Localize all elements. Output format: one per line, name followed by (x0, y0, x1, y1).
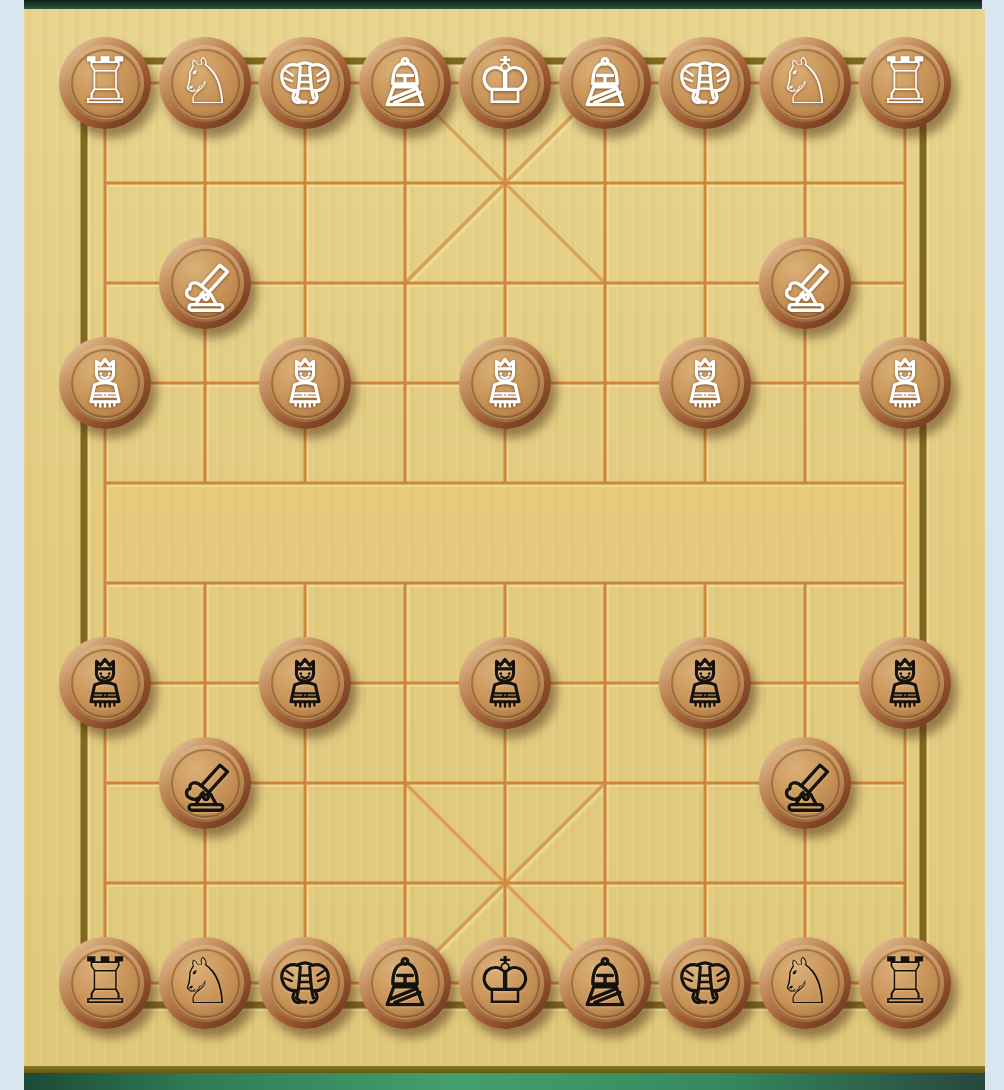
cannon-icon (775, 753, 835, 813)
soldier-icon (875, 353, 935, 413)
soldier-icon (675, 653, 735, 713)
intersection-f7[interactable] (555, 733, 655, 833)
chariot-rook-icon: ♖ (76, 49, 133, 113)
soldier-icon (475, 653, 535, 713)
piece-black-soldier[interactable] (259, 637, 351, 729)
piece-white-soldier[interactable] (459, 337, 551, 429)
xiangqi-game-screen: ♖♘ ♔ ♘♖ (0, 0, 1004, 1090)
intersection-b3[interactable] (155, 333, 255, 433)
intersection-d1[interactable] (355, 133, 455, 233)
intersection-e8[interactable] (455, 833, 555, 933)
intersection-b6[interactable] (155, 633, 255, 733)
piece-white-soldier[interactable] (59, 337, 151, 429)
intersection-f2[interactable] (555, 233, 655, 333)
intersection-f3[interactable] (555, 333, 655, 433)
piece-face (867, 345, 944, 422)
piece-face (167, 745, 244, 822)
piece-face (167, 245, 244, 322)
intersection-f8[interactable] (555, 833, 655, 933)
intersection-i8[interactable] (855, 833, 955, 933)
soldier-icon (875, 653, 935, 713)
intersection-g7[interactable] (655, 733, 755, 833)
intersection-e3[interactable] (455, 333, 555, 433)
piece-white-advisor[interactable] (359, 37, 451, 129)
piece-face: ♖ (867, 45, 944, 122)
chariot-rook-icon: ♖ (76, 949, 133, 1013)
piece-face (367, 945, 444, 1022)
intersection-b8[interactable] (155, 833, 255, 933)
intersection-b1[interactable] (155, 133, 255, 233)
intersection-c3[interactable] (255, 333, 355, 433)
intersection-d7[interactable] (355, 733, 455, 833)
intersection-h7[interactable] (755, 733, 855, 833)
intersection-i6[interactable] (855, 633, 955, 733)
intersection-h6[interactable] (755, 633, 855, 733)
intersection-d9[interactable] (355, 933, 455, 1033)
intersection-e6[interactable] (455, 633, 555, 733)
advisor-icon (375, 953, 435, 1013)
intersection-c2[interactable] (255, 233, 355, 333)
intersection-d6[interactable] (355, 633, 455, 733)
piece-white-cannon[interactable] (159, 237, 251, 329)
piece-black-cannon[interactable] (759, 737, 851, 829)
piece-face (267, 45, 344, 122)
horse-knight-icon: ♘ (776, 949, 833, 1013)
piece-face (667, 645, 744, 722)
piece-black-soldier[interactable] (59, 637, 151, 729)
piece-white-elephant[interactable] (659, 37, 751, 129)
elephant-icon (675, 953, 735, 1013)
piece-white-soldier[interactable] (259, 337, 351, 429)
intersection-h1[interactable] (755, 133, 855, 233)
piece-face: ♘ (167, 45, 244, 122)
piece-white-horse-knight[interactable]: ♘ (159, 37, 251, 129)
piece-face (367, 45, 444, 122)
intersection-b9[interactable]: ♘ (155, 933, 255, 1033)
cannon-icon (175, 753, 235, 813)
soldier-icon (675, 353, 735, 413)
intersection-d8[interactable] (355, 833, 455, 933)
soldier-icon (275, 353, 335, 413)
piece-face: ♘ (767, 945, 844, 1022)
cannon-icon (775, 253, 835, 313)
intersection-e2[interactable] (455, 233, 555, 333)
intersection-d2[interactable] (355, 233, 455, 333)
advisor-icon (575, 53, 635, 113)
intersection-c4[interactable] (255, 433, 355, 533)
piece-black-soldier[interactable] (659, 637, 751, 729)
intersection-i9[interactable]: ♖ (855, 933, 955, 1033)
intersection-d3[interactable] (355, 333, 455, 433)
intersection-b5[interactable] (155, 533, 255, 633)
piece-face (67, 345, 144, 422)
king-general-icon: ♔ (476, 949, 533, 1013)
intersection-g1[interactable] (655, 133, 755, 233)
intersection-c6[interactable] (255, 633, 355, 733)
intersection-h9[interactable]: ♘ (755, 933, 855, 1033)
piece-face (267, 945, 344, 1022)
piece-white-cannon[interactable] (759, 237, 851, 329)
piece-face: ♖ (67, 45, 144, 122)
intersection-h2[interactable] (755, 233, 855, 333)
advisor-icon (575, 953, 635, 1013)
intersection-f0[interactable] (555, 33, 655, 133)
intersection-h4[interactable] (755, 433, 855, 533)
piece-face (767, 745, 844, 822)
piece-face (767, 245, 844, 322)
intersection-a1[interactable] (55, 133, 155, 233)
intersection-i5[interactable] (855, 533, 955, 633)
piece-face: ♖ (867, 945, 944, 1022)
piece-black-cannon[interactable] (159, 737, 251, 829)
piece-white-chariot-rook[interactable]: ♖ (859, 37, 951, 129)
intersection-e9[interactable]: ♔ (455, 933, 555, 1033)
piece-face: ♘ (767, 45, 844, 122)
soldier-icon (75, 653, 135, 713)
intersection-i0[interactable]: ♖ (855, 33, 955, 133)
soldier-icon (75, 353, 135, 413)
intersection-b4[interactable] (155, 433, 255, 533)
intersection-i7[interactable] (855, 733, 955, 833)
intersection-f6[interactable] (555, 633, 655, 733)
piece-black-soldier[interactable] (859, 637, 951, 729)
intersection-b2[interactable] (155, 233, 255, 333)
intersection-g3[interactable] (655, 333, 755, 433)
horse-knight-icon: ♘ (176, 949, 233, 1013)
intersection-e0[interactable]: ♔ (455, 33, 555, 133)
piece-white-horse-knight[interactable]: ♘ (759, 37, 851, 129)
piece-face (667, 45, 744, 122)
intersection-g0[interactable] (655, 33, 755, 133)
piece-black-elephant[interactable] (259, 937, 351, 1029)
intersection-f5[interactable] (555, 533, 655, 633)
piece-face (467, 645, 544, 722)
piece-black-advisor[interactable] (559, 937, 651, 1029)
piece-face: ♔ (467, 45, 544, 122)
intersection-a2[interactable] (55, 233, 155, 333)
piece-black-king-general[interactable]: ♔ (459, 937, 551, 1029)
piece-white-king-general[interactable]: ♔ (459, 37, 551, 129)
king-general-icon: ♔ (476, 49, 533, 113)
intersection-g6[interactable] (655, 633, 755, 733)
intersection-h8[interactable] (755, 833, 855, 933)
horse-knight-icon: ♘ (176, 49, 233, 113)
intersection-a9[interactable]: ♖ (55, 933, 155, 1033)
piece-face (667, 945, 744, 1022)
piece-black-elephant[interactable] (659, 937, 751, 1029)
piece-face (867, 645, 944, 722)
piece-white-elephant[interactable] (259, 37, 351, 129)
piece-black-horse-knight[interactable]: ♘ (159, 937, 251, 1029)
intersection-g9[interactable] (655, 933, 755, 1033)
piece-face (667, 345, 744, 422)
table-edge-front (24, 1073, 985, 1090)
intersection-e5[interactable] (455, 533, 555, 633)
piece-black-horse-knight[interactable]: ♘ (759, 937, 851, 1029)
piece-face (67, 645, 144, 722)
intersection-a4[interactable] (55, 433, 155, 533)
piece-white-advisor[interactable] (559, 37, 651, 129)
piece-white-chariot-rook[interactable]: ♖ (59, 37, 151, 129)
intersection-f1[interactable] (555, 133, 655, 233)
intersection-h3[interactable] (755, 333, 855, 433)
piece-face (267, 645, 344, 722)
intersection-a5[interactable] (55, 533, 155, 633)
intersection-f9[interactable] (555, 933, 655, 1033)
advisor-icon (375, 53, 435, 113)
intersection-d5[interactable] (355, 533, 455, 633)
intersection-c1[interactable] (255, 133, 355, 233)
piece-face (267, 345, 344, 422)
intersection-b0[interactable]: ♘ (155, 33, 255, 133)
piece-face (567, 945, 644, 1022)
piece-black-chariot-rook[interactable]: ♖ (859, 937, 951, 1029)
soldier-icon (475, 353, 535, 413)
intersection-c0[interactable] (255, 33, 355, 133)
piece-black-soldier[interactable] (459, 637, 551, 729)
elephant-icon (275, 953, 335, 1013)
cannon-icon (175, 253, 235, 313)
intersection-i2[interactable] (855, 233, 955, 333)
horse-knight-icon: ♘ (776, 49, 833, 113)
intersection-a6[interactable] (55, 633, 155, 733)
intersection-h5[interactable] (755, 533, 855, 633)
elephant-icon (675, 53, 735, 113)
intersection-e7[interactable] (455, 733, 555, 833)
soldier-icon (275, 653, 335, 713)
intersection-a7[interactable] (55, 733, 155, 833)
xiangqi-board: ♖♘ ♔ ♘♖ (55, 33, 955, 1033)
intersection-g4[interactable] (655, 433, 755, 533)
intersection-e4[interactable] (455, 433, 555, 533)
intersection-a8[interactable] (55, 833, 155, 933)
intersection-c9[interactable] (255, 933, 355, 1033)
intersection-g8[interactable] (655, 833, 755, 933)
intersection-g5[interactable] (655, 533, 755, 633)
piece-face: ♖ (67, 945, 144, 1022)
chariot-rook-icon: ♖ (876, 949, 933, 1013)
intersection-e1[interactable] (455, 133, 555, 233)
intersection-g2[interactable] (655, 233, 755, 333)
intersection-i1[interactable] (855, 133, 955, 233)
intersection-i4[interactable] (855, 433, 955, 533)
intersection-a0[interactable]: ♖ (55, 33, 155, 133)
intersection-i3[interactable] (855, 333, 955, 433)
intersection-d0[interactable] (355, 33, 455, 133)
intersection-h0[interactable]: ♘ (755, 33, 855, 133)
piece-face: ♘ (167, 945, 244, 1022)
piece-face (467, 345, 544, 422)
piece-black-advisor[interactable] (359, 937, 451, 1029)
chariot-rook-icon: ♖ (876, 49, 933, 113)
intersection-c8[interactable] (255, 833, 355, 933)
piece-face (567, 45, 644, 122)
piece-black-chariot-rook[interactable]: ♖ (59, 937, 151, 1029)
intersection-d4[interactable] (355, 433, 455, 533)
intersection-c5[interactable] (255, 533, 355, 633)
board-base-line (24, 1066, 985, 1073)
piece-white-soldier[interactable] (859, 337, 951, 429)
intersection-c7[interactable] (255, 733, 355, 833)
intersection-f4[interactable] (555, 433, 655, 533)
intersection-b7[interactable] (155, 733, 255, 833)
elephant-icon (275, 53, 335, 113)
piece-face: ♔ (467, 945, 544, 1022)
piece-white-soldier[interactable] (659, 337, 751, 429)
intersection-a3[interactable] (55, 333, 155, 433)
